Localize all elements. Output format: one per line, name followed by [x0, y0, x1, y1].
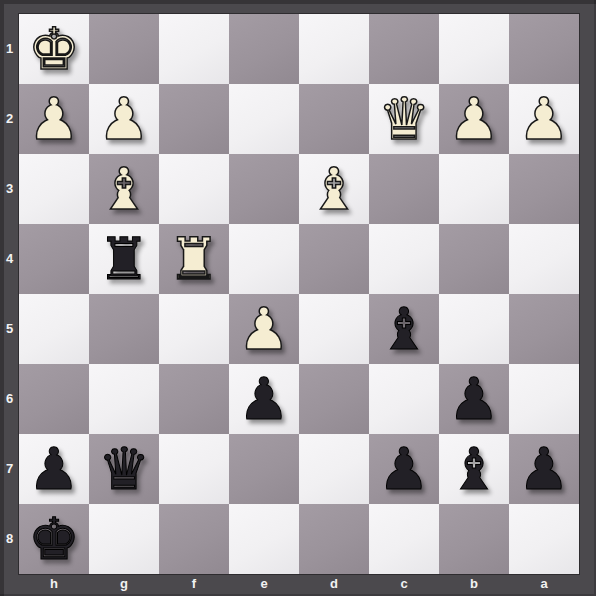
square-a1[interactable]	[509, 14, 579, 84]
piece-black-pawn[interactable]: ♟	[28, 434, 80, 504]
rank-label-1: 1	[0, 14, 19, 84]
piece-white-pawn[interactable]: ♟	[238, 294, 290, 364]
square-h8[interactable]: ♚	[19, 504, 89, 574]
rank-label-7: 7	[0, 434, 19, 504]
square-b4[interactable]	[439, 224, 509, 294]
piece-black-queen[interactable]: ♛	[98, 434, 150, 504]
square-a4[interactable]	[509, 224, 579, 294]
file-labels: hgfedcba	[19, 574, 579, 596]
square-a3[interactable]	[509, 154, 579, 224]
piece-white-bishop[interactable]: ♝	[98, 154, 150, 224]
square-a6[interactable]	[509, 364, 579, 434]
rank-label-6: 6	[0, 364, 19, 434]
square-d7[interactable]	[299, 434, 369, 504]
square-g7[interactable]: ♛	[89, 434, 159, 504]
piece-white-pawn[interactable]: ♟	[518, 84, 570, 154]
rank-label-4: 4	[0, 224, 19, 294]
file-label-c: c	[369, 574, 439, 596]
rank-label-2: 2	[0, 84, 19, 154]
square-c2[interactable]: ♛	[369, 84, 439, 154]
square-c8[interactable]	[369, 504, 439, 574]
square-d5[interactable]	[299, 294, 369, 364]
piece-black-rook[interactable]: ♜	[98, 224, 150, 294]
square-d4[interactable]	[299, 224, 369, 294]
square-h5[interactable]	[19, 294, 89, 364]
piece-black-pawn[interactable]: ♟	[448, 364, 500, 434]
square-g4[interactable]: ♜	[89, 224, 159, 294]
square-d2[interactable]	[299, 84, 369, 154]
piece-white-queen[interactable]: ♛	[378, 84, 430, 154]
square-d6[interactable]	[299, 364, 369, 434]
rank-label-5: 5	[0, 294, 19, 364]
piece-white-rook[interactable]: ♜	[168, 224, 220, 294]
piece-white-bishop[interactable]: ♝	[308, 154, 360, 224]
piece-white-pawn[interactable]: ♟	[98, 84, 150, 154]
file-label-g: g	[89, 574, 159, 596]
square-f5[interactable]	[159, 294, 229, 364]
square-g6[interactable]	[89, 364, 159, 434]
square-e7[interactable]	[229, 434, 299, 504]
square-c1[interactable]	[369, 14, 439, 84]
square-b2[interactable]: ♟	[439, 84, 509, 154]
square-g3[interactable]: ♝	[89, 154, 159, 224]
square-f1[interactable]	[159, 14, 229, 84]
square-a2[interactable]: ♟	[509, 84, 579, 154]
file-label-f: f	[159, 574, 229, 596]
square-c6[interactable]	[369, 364, 439, 434]
square-f6[interactable]	[159, 364, 229, 434]
piece-black-pawn[interactable]: ♟	[238, 364, 290, 434]
square-h4[interactable]	[19, 224, 89, 294]
square-e3[interactable]	[229, 154, 299, 224]
square-c4[interactable]	[369, 224, 439, 294]
rank-labels: 12345678	[0, 14, 19, 574]
square-b8[interactable]	[439, 504, 509, 574]
piece-black-bishop[interactable]: ♝	[448, 434, 500, 504]
square-f4[interactable]: ♜	[159, 224, 229, 294]
piece-black-pawn[interactable]: ♟	[518, 434, 570, 504]
rank-label-3: 3	[0, 154, 19, 224]
chess-board: ♚♟♟♛♟♟♝♝♜♜♟♝♟♟♟♛♟♝♟♚	[19, 14, 579, 574]
piece-black-king[interactable]: ♚	[28, 504, 80, 574]
square-h3[interactable]	[19, 154, 89, 224]
square-e6[interactable]: ♟	[229, 364, 299, 434]
piece-white-king[interactable]: ♚	[28, 14, 80, 84]
square-h6[interactable]	[19, 364, 89, 434]
square-f2[interactable]	[159, 84, 229, 154]
square-e4[interactable]	[229, 224, 299, 294]
piece-black-bishop[interactable]: ♝	[378, 294, 430, 364]
chess-board-frame: 12345678 hgfedcba ♚♟♟♛♟♟♝♝♜♜♟♝♟♟♟♛♟♝♟♚	[0, 0, 596, 596]
square-f8[interactable]	[159, 504, 229, 574]
square-h7[interactable]: ♟	[19, 434, 89, 504]
square-g8[interactable]	[89, 504, 159, 574]
file-label-d: d	[299, 574, 369, 596]
square-c7[interactable]: ♟	[369, 434, 439, 504]
square-c5[interactable]: ♝	[369, 294, 439, 364]
square-b7[interactable]: ♝	[439, 434, 509, 504]
file-label-a: a	[509, 574, 579, 596]
file-label-b: b	[439, 574, 509, 596]
square-b3[interactable]	[439, 154, 509, 224]
square-e2[interactable]	[229, 84, 299, 154]
square-h2[interactable]: ♟	[19, 84, 89, 154]
square-g2[interactable]: ♟	[89, 84, 159, 154]
square-a5[interactable]	[509, 294, 579, 364]
square-b1[interactable]	[439, 14, 509, 84]
square-d8[interactable]	[299, 504, 369, 574]
square-b6[interactable]: ♟	[439, 364, 509, 434]
square-a7[interactable]: ♟	[509, 434, 579, 504]
piece-white-pawn[interactable]: ♟	[28, 84, 80, 154]
piece-black-pawn[interactable]: ♟	[378, 434, 430, 504]
square-e8[interactable]	[229, 504, 299, 574]
square-d1[interactable]	[299, 14, 369, 84]
square-g5[interactable]	[89, 294, 159, 364]
square-g1[interactable]	[89, 14, 159, 84]
square-h1[interactable]: ♚	[19, 14, 89, 84]
square-b5[interactable]	[439, 294, 509, 364]
piece-white-pawn[interactable]: ♟	[448, 84, 500, 154]
square-e1[interactable]	[229, 14, 299, 84]
square-d3[interactable]: ♝	[299, 154, 369, 224]
square-a8[interactable]	[509, 504, 579, 574]
square-f3[interactable]	[159, 154, 229, 224]
file-label-h: h	[19, 574, 89, 596]
square-f7[interactable]	[159, 434, 229, 504]
square-c3[interactable]	[369, 154, 439, 224]
rank-label-8: 8	[0, 504, 19, 574]
square-e5[interactable]: ♟	[229, 294, 299, 364]
file-label-e: e	[229, 574, 299, 596]
